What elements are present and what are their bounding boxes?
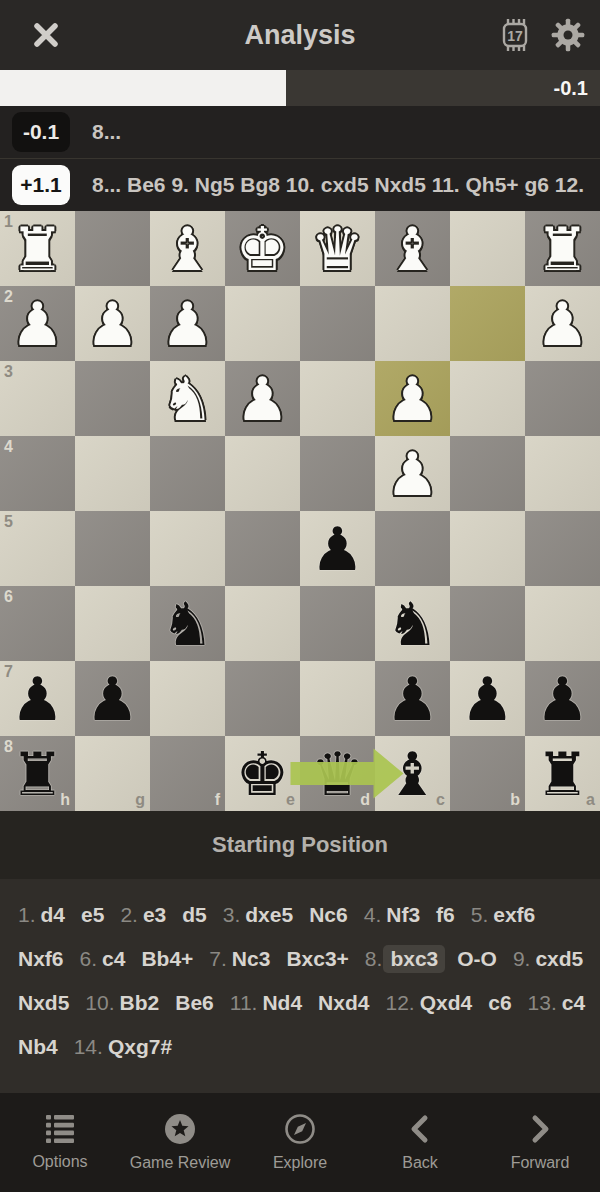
move-number: 11. bbox=[230, 991, 258, 1015]
file-label-b: b bbox=[510, 791, 520, 809]
move[interactable]: c6 bbox=[488, 991, 511, 1015]
piece-black-pawn: ♟ bbox=[75, 661, 150, 736]
square-f3[interactable]: ♞ bbox=[150, 361, 225, 436]
engine-chip-icon: 17 bbox=[496, 16, 534, 54]
move-number: 9. bbox=[513, 947, 531, 971]
piece-black-pawn: ♟ bbox=[300, 511, 375, 586]
square-f8[interactable]: f bbox=[150, 736, 225, 811]
move[interactable]: Nxf6 bbox=[18, 947, 64, 971]
square-d5[interactable]: ♟ bbox=[300, 511, 375, 586]
engine-line-2-moves: 8... Be6 9. Ng5 Bg8 10. cxd5 Nxd5 11. Qh… bbox=[92, 173, 588, 197]
move[interactable]: Nxd5 bbox=[18, 991, 69, 1015]
move[interactable]: cxd5 bbox=[535, 947, 583, 971]
options-button[interactable]: Options bbox=[0, 1093, 120, 1192]
square-d2[interactable] bbox=[300, 286, 375, 361]
move-number: 2. bbox=[120, 903, 138, 927]
move-number: 5. bbox=[471, 903, 489, 927]
piece-black-rook: ♜ bbox=[0, 736, 75, 811]
move-number: 7. bbox=[209, 947, 227, 971]
piece-white-rook: ♜ bbox=[0, 211, 75, 286]
square-e6[interactable] bbox=[225, 586, 300, 661]
file-label-a: a bbox=[586, 791, 595, 809]
current-move[interactable]: bxc3 bbox=[383, 945, 445, 973]
move[interactable]: O-O bbox=[457, 947, 497, 971]
square-a8[interactable]: ♜a bbox=[525, 736, 600, 811]
move[interactable]: e5 bbox=[81, 903, 104, 927]
rank-label-1: 1 bbox=[4, 213, 13, 231]
piece-white-pawn: ♟ bbox=[75, 286, 150, 361]
piece-black-knight: ♞ bbox=[375, 586, 450, 661]
square-f2[interactable]: ♟ bbox=[150, 286, 225, 361]
move-number: 6. bbox=[80, 947, 98, 971]
move[interactable]: dxe5 bbox=[245, 903, 293, 927]
square-e1[interactable]: ♚ bbox=[225, 211, 300, 286]
move-number: 3. bbox=[223, 903, 241, 927]
move[interactable]: Be6 bbox=[175, 991, 214, 1015]
move-number: 13. bbox=[528, 991, 557, 1015]
piece-white-bishop: ♝ bbox=[150, 211, 225, 286]
square-c4[interactable]: ♟ bbox=[375, 436, 450, 511]
piece-black-knight: ♞ bbox=[150, 586, 225, 661]
file-label-d: d bbox=[360, 791, 370, 809]
forward-button[interactable]: Forward bbox=[480, 1093, 600, 1192]
square-g6[interactable] bbox=[75, 586, 150, 661]
piece-white-pawn: ♟ bbox=[375, 436, 450, 511]
square-h8[interactable]: ♜8h bbox=[0, 736, 75, 811]
square-f1[interactable]: ♝ bbox=[150, 211, 225, 286]
rank-label-2: 2 bbox=[4, 288, 13, 306]
move[interactable]: e3 bbox=[143, 903, 166, 927]
square-d4[interactable] bbox=[300, 436, 375, 511]
compass-icon bbox=[284, 1113, 316, 1145]
settings-button[interactable] bbox=[550, 17, 586, 53]
square-f7[interactable] bbox=[150, 661, 225, 736]
piece-white-pawn: ♟ bbox=[0, 286, 75, 361]
move[interactable]: Nb4 bbox=[18, 1035, 58, 1059]
move[interactable]: d5 bbox=[182, 903, 207, 927]
piece-white-pawn: ♟ bbox=[525, 286, 600, 361]
move[interactable]: Nf3 bbox=[386, 903, 420, 927]
file-label-e: e bbox=[286, 791, 295, 809]
square-h4[interactable]: 4 bbox=[0, 436, 75, 511]
piece-white-rook: ♜ bbox=[525, 211, 600, 286]
rank-label-8: 8 bbox=[4, 738, 13, 756]
move[interactable]: Nc6 bbox=[309, 903, 348, 927]
move-number: 1. bbox=[18, 903, 36, 927]
engine-line-1[interactable]: -0.1 8... bbox=[0, 106, 600, 158]
square-e7[interactable] bbox=[225, 661, 300, 736]
square-c5[interactable] bbox=[375, 511, 450, 586]
square-g7[interactable]: ♟ bbox=[75, 661, 150, 736]
bottom-toolbar: Options Game Review Explore Back bbox=[0, 1093, 600, 1192]
move[interactable]: c4 bbox=[102, 947, 125, 971]
forward-label: Forward bbox=[511, 1154, 570, 1172]
position-status-label: Starting Position bbox=[0, 811, 600, 879]
square-b2[interactable] bbox=[450, 286, 525, 361]
square-h7[interactable]: ♟7 bbox=[0, 661, 75, 736]
piece-black-pawn: ♟ bbox=[375, 661, 450, 736]
square-e8[interactable]: ♚e bbox=[225, 736, 300, 811]
rank-label-3: 3 bbox=[4, 363, 13, 381]
square-a3[interactable] bbox=[525, 361, 600, 436]
move[interactable]: c4 bbox=[562, 991, 585, 1015]
chess-board: ♜1♝♚♛♝♜♟2♟♟♟3♞♟♟4♟5♟6♞♞♟7♟♟♟♟♜8hgf♚e♛d♝c… bbox=[0, 211, 600, 811]
move[interactable]: d4 bbox=[41, 903, 66, 927]
square-h3[interactable]: 3 bbox=[0, 361, 75, 436]
piece-black-queen: ♛ bbox=[300, 736, 375, 811]
eval-badge-line-2: +1.1 bbox=[12, 165, 70, 205]
game-review-button[interactable]: Game Review bbox=[120, 1093, 240, 1192]
square-h2[interactable]: ♟2 bbox=[0, 286, 75, 361]
square-d7[interactable] bbox=[300, 661, 375, 736]
square-h1[interactable]: ♜1 bbox=[0, 211, 75, 286]
square-a2[interactable]: ♟ bbox=[525, 286, 600, 361]
square-d6[interactable] bbox=[300, 586, 375, 661]
piece-white-pawn: ♟ bbox=[150, 286, 225, 361]
game-review-label: Game Review bbox=[130, 1154, 230, 1172]
square-a6[interactable] bbox=[525, 586, 600, 661]
square-g3[interactable] bbox=[75, 361, 150, 436]
chevron-right-icon bbox=[525, 1113, 555, 1145]
explore-button[interactable]: Explore bbox=[240, 1093, 360, 1192]
options-label: Options bbox=[32, 1153, 87, 1171]
eval-bar-white-part bbox=[0, 70, 286, 106]
square-d3[interactable] bbox=[300, 361, 375, 436]
piece-white-king: ♚ bbox=[225, 211, 300, 286]
piece-black-king: ♚ bbox=[225, 736, 300, 811]
square-b4[interactable] bbox=[450, 436, 525, 511]
move[interactable]: Bb2 bbox=[120, 991, 160, 1015]
move[interactable]: exf6 bbox=[493, 903, 535, 927]
square-a4[interactable] bbox=[525, 436, 600, 511]
top-bar: Analysis 17 bbox=[0, 0, 600, 70]
square-a7[interactable]: ♟ bbox=[525, 661, 600, 736]
square-c8[interactable]: ♝c bbox=[375, 736, 450, 811]
eval-bar-score: -0.1 bbox=[554, 70, 588, 106]
chevron-left-icon bbox=[405, 1113, 435, 1145]
move-number: 14. bbox=[74, 1035, 103, 1059]
square-c2[interactable] bbox=[375, 286, 450, 361]
file-label-f: f bbox=[215, 791, 220, 809]
square-g1[interactable] bbox=[75, 211, 150, 286]
piece-black-pawn: ♟ bbox=[450, 661, 525, 736]
rank-label-6: 6 bbox=[4, 588, 13, 606]
piece-white-queen: ♛ bbox=[300, 211, 375, 286]
move[interactable]: Bxc3+ bbox=[286, 947, 348, 971]
gear-icon bbox=[550, 17, 586, 53]
move[interactable]: Nc3 bbox=[232, 947, 271, 971]
piece-black-bishop: ♝ bbox=[375, 736, 450, 811]
move[interactable]: Qxd4 bbox=[420, 991, 473, 1015]
rank-label-7: 7 bbox=[4, 663, 13, 681]
engine-depth-button[interactable]: 17 bbox=[496, 16, 534, 54]
move-line: Nxd510.Bb2Be611.Nd4Nxd412.Qxd4c613.c4 bbox=[18, 981, 582, 1025]
move-list: 1.d4e52.e3d53.dxe5Nc64.Nf3f65.exf6Nxf66.… bbox=[0, 879, 600, 1093]
piece-white-pawn: ♟ bbox=[225, 361, 300, 436]
star-circle-icon bbox=[164, 1113, 196, 1145]
square-g5[interactable] bbox=[75, 511, 150, 586]
square-b3[interactable] bbox=[450, 361, 525, 436]
move[interactable]: Nd4 bbox=[262, 991, 302, 1015]
chess-board-area: ♜1♝♚♛♝♜♟2♟♟♟3♞♟♟4♟5♟6♞♞♟7♟♟♟♟♜8hgf♚e♛d♝c… bbox=[0, 211, 600, 811]
square-d8[interactable]: ♛d bbox=[300, 736, 375, 811]
square-g4[interactable] bbox=[75, 436, 150, 511]
move-number: 4. bbox=[364, 903, 382, 927]
piece-black-rook: ♜ bbox=[525, 736, 600, 811]
back-button[interactable]: Back bbox=[360, 1093, 480, 1192]
square-e3[interactable]: ♟ bbox=[225, 361, 300, 436]
square-f6[interactable]: ♞ bbox=[150, 586, 225, 661]
square-e2[interactable] bbox=[225, 286, 300, 361]
square-e4[interactable] bbox=[225, 436, 300, 511]
square-g2[interactable]: ♟ bbox=[75, 286, 150, 361]
square-f4[interactable] bbox=[150, 436, 225, 511]
move-number: 10. bbox=[85, 991, 114, 1015]
square-b5[interactable] bbox=[450, 511, 525, 586]
square-b7[interactable]: ♟ bbox=[450, 661, 525, 736]
square-f5[interactable] bbox=[150, 511, 225, 586]
move[interactable]: Qxg7# bbox=[108, 1035, 172, 1059]
move-line: Nxf66.c4Bb4+7.Nc3Bxc3+8.bxc3O-O9.cxd5 bbox=[18, 937, 582, 981]
piece-black-pawn: ♟ bbox=[0, 661, 75, 736]
rank-label-5: 5 bbox=[4, 513, 13, 531]
engine-line-2[interactable]: +1.1 8... Be6 9. Ng5 Bg8 10. cxd5 Nxd5 1… bbox=[0, 158, 600, 211]
square-c7[interactable]: ♟ bbox=[375, 661, 450, 736]
explore-label: Explore bbox=[273, 1154, 327, 1172]
square-e5[interactable] bbox=[225, 511, 300, 586]
move[interactable]: f6 bbox=[436, 903, 455, 927]
piece-black-pawn: ♟ bbox=[525, 661, 600, 736]
square-d1[interactable]: ♛ bbox=[300, 211, 375, 286]
piece-white-pawn: ♟ bbox=[375, 361, 450, 436]
engine-depth-value: 17 bbox=[507, 28, 523, 44]
square-a5[interactable] bbox=[525, 511, 600, 586]
back-label: Back bbox=[402, 1154, 438, 1172]
move-number: 12. bbox=[385, 991, 414, 1015]
file-label-g: g bbox=[135, 791, 145, 809]
square-g8[interactable]: g bbox=[75, 736, 150, 811]
square-c3[interactable]: ♟ bbox=[375, 361, 450, 436]
square-a1[interactable]: ♜ bbox=[525, 211, 600, 286]
piece-white-knight: ♞ bbox=[150, 361, 225, 436]
square-c1[interactable]: ♝ bbox=[375, 211, 450, 286]
move-number: 8. bbox=[365, 947, 383, 971]
rank-label-4: 4 bbox=[4, 438, 13, 456]
square-b1[interactable] bbox=[450, 211, 525, 286]
analysis-screen: Analysis 17 bbox=[0, 0, 600, 1192]
options-list-icon bbox=[44, 1114, 76, 1144]
piece-white-bishop: ♝ bbox=[375, 211, 450, 286]
square-b6[interactable] bbox=[450, 586, 525, 661]
square-b8[interactable]: b bbox=[450, 736, 525, 811]
square-h5[interactable]: 5 bbox=[0, 511, 75, 586]
move[interactable]: Nxd4 bbox=[318, 991, 369, 1015]
top-bar-actions: 17 bbox=[496, 0, 586, 70]
file-label-h: h bbox=[60, 791, 70, 809]
file-label-c: c bbox=[436, 791, 445, 809]
square-c6[interactable]: ♞ bbox=[375, 586, 450, 661]
eval-badge-line-1: -0.1 bbox=[12, 112, 70, 152]
square-h6[interactable]: 6 bbox=[0, 586, 75, 661]
engine-line-1-moves: 8... bbox=[92, 120, 588, 144]
move-line: Nb414.Qxg7# bbox=[18, 1025, 582, 1069]
move[interactable]: Bb4+ bbox=[141, 947, 193, 971]
eval-bar: -0.1 bbox=[0, 70, 600, 106]
move-line: 1.d4e52.e3d53.dxe5Nc64.Nf3f65.exf6 bbox=[18, 893, 582, 937]
